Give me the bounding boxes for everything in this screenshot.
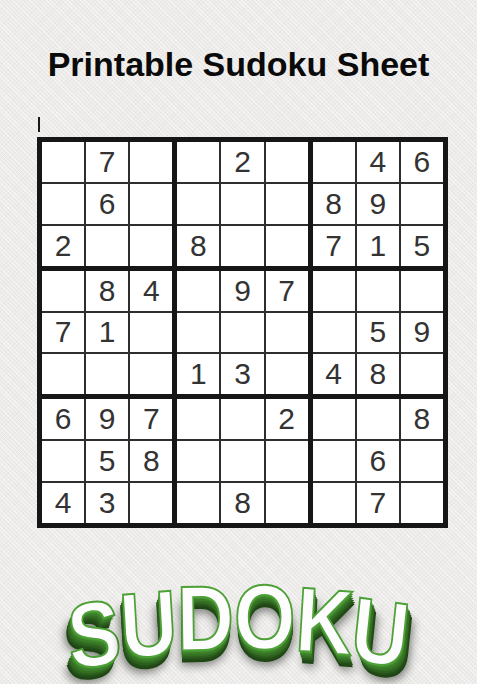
sudoku-cell-r4c6[interactable]: 7	[266, 271, 308, 311]
sudoku-box: 8471	[42, 271, 172, 395]
sudoku-cell-r5c8[interactable]: 5	[357, 313, 399, 353]
sudoku-cell-r4c1[interactable]	[42, 271, 84, 311]
sudoku-cell-r5c6[interactable]	[266, 313, 308, 353]
sudoku-cell-r4c5[interactable]: 9	[221, 271, 263, 311]
sudoku-cell-r7c5[interactable]	[221, 399, 263, 439]
sudoku-cell-r6c7[interactable]: 4	[313, 354, 355, 394]
sudoku-cell-r5c7[interactable]	[313, 313, 355, 353]
sudoku-cell-r6c6[interactable]	[266, 354, 308, 394]
sudoku-cell-r1c5[interactable]: 2	[221, 142, 263, 182]
sudoku-cell-r5c9[interactable]: 9	[401, 313, 443, 353]
sudoku-cell-r8c4[interactable]	[177, 441, 219, 481]
sudoku-cell-r7c4[interactable]	[177, 399, 219, 439]
sudoku-cell-r2c1[interactable]	[42, 184, 84, 224]
sudoku-cell-r4c2[interactable]: 8	[86, 271, 128, 311]
sudoku-cell-r2c6[interactable]	[266, 184, 308, 224]
logo-letter: U	[117, 576, 180, 672]
sudoku-cell-r9c6[interactable]	[266, 483, 308, 523]
sudoku-box: 4689715	[313, 142, 443, 266]
sudoku-cell-r4c9[interactable]	[401, 271, 443, 311]
sudoku-cell-r7c2[interactable]: 9	[86, 399, 128, 439]
sudoku-logo: SUDOKU	[33, 568, 443, 684]
sudoku-cell-r5c5[interactable]	[221, 313, 263, 353]
sudoku-cell-r8c2[interactable]: 5	[86, 441, 128, 481]
sudoku-cell-r6c2[interactable]	[86, 354, 128, 394]
sudoku-cell-r9c3[interactable]	[130, 483, 172, 523]
sudoku-cell-r1c4[interactable]	[177, 142, 219, 182]
sudoku-box: 762	[42, 142, 172, 266]
sudoku-cell-r5c4[interactable]	[177, 313, 219, 353]
sudoku-cell-r9c8[interactable]: 7	[357, 483, 399, 523]
sudoku-cell-r1c7[interactable]	[313, 142, 355, 182]
sudoku-cell-r2c7[interactable]: 8	[313, 184, 355, 224]
sudoku-cell-r8c8[interactable]: 6	[357, 441, 399, 481]
sudoku-cell-r5c2[interactable]: 1	[86, 313, 128, 353]
sudoku-cell-r8c7[interactable]	[313, 441, 355, 481]
sudoku-cell-r9c7[interactable]	[313, 483, 355, 523]
sudoku-cell-r3c7[interactable]: 7	[313, 226, 355, 266]
sudoku-cell-r1c8[interactable]: 4	[357, 142, 399, 182]
sudoku-cell-r5c3[interactable]	[130, 313, 172, 353]
sudoku-cell-r7c8[interactable]	[357, 399, 399, 439]
sudoku-cell-r3c4[interactable]: 8	[177, 226, 219, 266]
sudoku-cell-r1c9[interactable]: 6	[401, 142, 443, 182]
sudoku-cell-r8c3[interactable]: 8	[130, 441, 172, 481]
sudoku-cell-r2c3[interactable]	[130, 184, 172, 224]
sudoku-box: 28	[177, 142, 307, 266]
sudoku-cell-r4c8[interactable]	[357, 271, 399, 311]
logo-letter: O	[234, 570, 297, 663]
sudoku-cell-r7c7[interactable]	[313, 399, 355, 439]
sudoku-cell-r9c2[interactable]: 3	[86, 483, 128, 523]
sudoku-box: 6975843	[42, 399, 172, 523]
sudoku-box: 9713	[177, 271, 307, 395]
sudoku-cell-r3c8[interactable]: 1	[357, 226, 399, 266]
sudoku-cell-r1c3[interactable]	[130, 142, 172, 182]
sudoku-cell-r8c9[interactable]	[401, 441, 443, 481]
sudoku-cell-r1c6[interactable]	[266, 142, 308, 182]
sudoku-cell-r6c9[interactable]	[401, 354, 443, 394]
sudoku-cell-r3c1[interactable]: 2	[42, 226, 84, 266]
sudoku-cell-r6c1[interactable]	[42, 354, 84, 394]
sudoku-cell-r2c2[interactable]: 6	[86, 184, 128, 224]
sudoku-cell-r7c6[interactable]: 2	[266, 399, 308, 439]
sudoku-cell-r2c9[interactable]	[401, 184, 443, 224]
sudoku-cell-r8c6[interactable]	[266, 441, 308, 481]
sudoku-cell-r1c2[interactable]: 7	[86, 142, 128, 182]
sudoku-cell-r5c1[interactable]: 7	[42, 313, 84, 353]
sudoku-box: 5948	[313, 271, 443, 395]
logo-letter: D	[176, 571, 235, 664]
sudoku-box: 867	[313, 399, 443, 523]
sudoku-box: 28	[177, 399, 307, 523]
printable-sudoku-sheet: Printable Sudoku Sheet 76228468971584719…	[0, 0, 477, 684]
logo-letter: U	[348, 582, 414, 681]
sudoku-cell-r9c9[interactable]	[401, 483, 443, 523]
sudoku-cell-r6c4[interactable]: 1	[177, 354, 219, 394]
sudoku-cell-r7c3[interactable]: 7	[130, 399, 172, 439]
sudoku-cell-r4c7[interactable]	[313, 271, 355, 311]
sudoku-cell-r9c1[interactable]: 4	[42, 483, 84, 523]
text-cursor	[38, 117, 40, 132]
sudoku-cell-r2c8[interactable]: 9	[357, 184, 399, 224]
sudoku-cell-r1c1[interactable]	[42, 142, 84, 182]
page-title: Printable Sudoku Sheet	[0, 46, 477, 83]
sudoku-cell-r6c3[interactable]	[130, 354, 172, 394]
logo-letter: K	[293, 573, 356, 669]
sudoku-cell-r9c5[interactable]: 8	[221, 483, 263, 523]
sudoku-cell-r4c3[interactable]: 4	[130, 271, 172, 311]
sudoku-cell-r7c1[interactable]: 6	[42, 399, 84, 439]
sudoku-cell-r7c9[interactable]: 8	[401, 399, 443, 439]
sudoku-cell-r3c6[interactable]	[266, 226, 308, 266]
sudoku-board: 762284689715847197135948697584328867	[37, 137, 448, 528]
sudoku-cell-r3c3[interactable]	[130, 226, 172, 266]
sudoku-cell-r6c5[interactable]: 3	[221, 354, 263, 394]
logo-letter: S	[64, 585, 125, 683]
sudoku-cell-r3c5[interactable]	[221, 226, 263, 266]
sudoku-cell-r2c4[interactable]	[177, 184, 219, 224]
sudoku-cell-r4c4[interactable]	[177, 271, 219, 311]
sudoku-cell-r8c5[interactable]	[221, 441, 263, 481]
sudoku-cell-r2c5[interactable]	[221, 184, 263, 224]
sudoku-cell-r6c8[interactable]: 8	[357, 354, 399, 394]
sudoku-cell-r3c9[interactable]: 5	[401, 226, 443, 266]
sudoku-cell-r3c2[interactable]	[86, 226, 128, 266]
sudoku-cell-r8c1[interactable]	[42, 441, 84, 481]
sudoku-cell-r9c4[interactable]	[177, 483, 219, 523]
